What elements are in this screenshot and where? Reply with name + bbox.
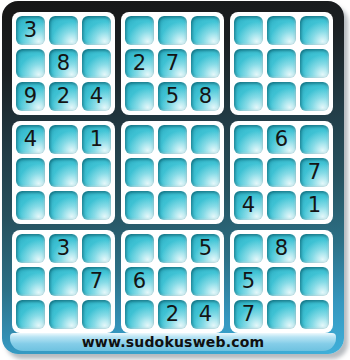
cell-r4c9[interactable] xyxy=(300,125,329,154)
cell-r8c5[interactable] xyxy=(158,267,187,296)
cell-r1c1[interactable]: 3 xyxy=(16,16,45,45)
cell-r4c4[interactable] xyxy=(125,125,154,154)
box-1-3 xyxy=(230,12,333,115)
cell-r9c2[interactable] xyxy=(49,300,78,329)
box-2-1: 41 xyxy=(12,121,115,224)
cell-r6c2[interactable] xyxy=(49,191,78,220)
cell-r8c7[interactable]: 5 xyxy=(234,267,263,296)
cell-r8c1[interactable] xyxy=(16,267,45,296)
cell-r4c6[interactable] xyxy=(191,125,220,154)
cell-r2c7[interactable] xyxy=(234,49,263,78)
cell-r4c1[interactable]: 4 xyxy=(16,125,45,154)
cell-r9c9[interactable] xyxy=(300,300,329,329)
cell-r8c3[interactable]: 7 xyxy=(82,267,111,296)
cell-r9c8[interactable] xyxy=(267,300,296,329)
cell-r1c7[interactable] xyxy=(234,16,263,45)
cell-r9c1[interactable] xyxy=(16,300,45,329)
cell-r6c3[interactable] xyxy=(82,191,111,220)
cell-r3c7[interactable] xyxy=(234,82,263,111)
cell-r2c2[interactable]: 8 xyxy=(49,49,78,78)
cell-r5c8[interactable] xyxy=(267,158,296,187)
cell-r8c9[interactable] xyxy=(300,267,329,296)
cell-r5c2[interactable] xyxy=(49,158,78,187)
cell-r1c4[interactable] xyxy=(125,16,154,45)
cell-r7c4[interactable] xyxy=(125,234,154,263)
cell-r7c1[interactable] xyxy=(16,234,45,263)
box-2-2 xyxy=(121,121,224,224)
cell-r5c1[interactable] xyxy=(16,158,45,187)
cell-r5c7[interactable] xyxy=(234,158,263,187)
cell-r6c6[interactable] xyxy=(191,191,220,220)
cell-r4c3[interactable]: 1 xyxy=(82,125,111,154)
cell-r2c3[interactable] xyxy=(82,49,111,78)
cell-r1c6[interactable] xyxy=(191,16,220,45)
cell-r5c9[interactable]: 7 xyxy=(300,158,329,187)
cell-r7c8[interactable]: 8 xyxy=(267,234,296,263)
cell-r3c1[interactable]: 9 xyxy=(16,82,45,111)
site-url[interactable]: www.sudokusweb.com xyxy=(82,334,265,350)
cell-r1c3[interactable] xyxy=(82,16,111,45)
cell-r3c8[interactable] xyxy=(267,82,296,111)
cell-r2c8[interactable] xyxy=(267,49,296,78)
cell-r6c9[interactable]: 1 xyxy=(300,191,329,220)
cell-r3c4[interactable] xyxy=(125,82,154,111)
cell-r1c9[interactable] xyxy=(300,16,329,45)
cell-r2c9[interactable] xyxy=(300,49,329,78)
cell-r8c6[interactable] xyxy=(191,267,220,296)
cell-r4c5[interactable] xyxy=(158,125,187,154)
cell-r6c7[interactable]: 4 xyxy=(234,191,263,220)
sudoku-widget: 389242758416741375624857 www.sudokusweb.… xyxy=(0,0,350,360)
cell-r5c5[interactable] xyxy=(158,158,187,187)
cell-r2c5[interactable]: 7 xyxy=(158,49,187,78)
cell-r9c3[interactable] xyxy=(82,300,111,329)
cell-r5c6[interactable] xyxy=(191,158,220,187)
cell-r6c5[interactable] xyxy=(158,191,187,220)
cell-r4c8[interactable]: 6 xyxy=(267,125,296,154)
cell-r5c4[interactable] xyxy=(125,158,154,187)
cell-r2c4[interactable]: 2 xyxy=(125,49,154,78)
cell-r4c2[interactable] xyxy=(49,125,78,154)
cell-r7c5[interactable] xyxy=(158,234,187,263)
cell-r3c3[interactable]: 4 xyxy=(82,82,111,111)
sudoku-board: 389242758416741375624857 xyxy=(12,12,333,333)
cell-r5c3[interactable] xyxy=(82,158,111,187)
cell-r6c1[interactable] xyxy=(16,191,45,220)
cell-r9c5[interactable]: 2 xyxy=(158,300,187,329)
cell-r9c7[interactable]: 7 xyxy=(234,300,263,329)
box-2-3: 6741 xyxy=(230,121,333,224)
box-1-2: 2758 xyxy=(121,12,224,115)
cell-r4c7[interactable] xyxy=(234,125,263,154)
cell-r1c2[interactable] xyxy=(49,16,78,45)
cell-r2c6[interactable] xyxy=(191,49,220,78)
box-3-2: 5624 xyxy=(121,230,224,333)
cell-r7c2[interactable]: 3 xyxy=(49,234,78,263)
cell-r7c9[interactable] xyxy=(300,234,329,263)
cell-r3c2[interactable]: 2 xyxy=(49,82,78,111)
footer-bar[interactable]: www.sudokusweb.com xyxy=(10,333,336,351)
cell-r6c4[interactable] xyxy=(125,191,154,220)
cell-r3c9[interactable] xyxy=(300,82,329,111)
cell-r9c6[interactable]: 4 xyxy=(191,300,220,329)
cell-r2c1[interactable] xyxy=(16,49,45,78)
cell-r3c6[interactable]: 8 xyxy=(191,82,220,111)
cell-r1c5[interactable] xyxy=(158,16,187,45)
box-3-3: 857 xyxy=(230,230,333,333)
box-3-1: 37 xyxy=(12,230,115,333)
board-frame: 389242758416741375624857 www.sudokusweb.… xyxy=(2,1,344,354)
cell-r7c7[interactable] xyxy=(234,234,263,263)
cell-r8c4[interactable]: 6 xyxy=(125,267,154,296)
cell-r1c8[interactable] xyxy=(267,16,296,45)
cell-r7c6[interactable]: 5 xyxy=(191,234,220,263)
cell-r3c5[interactable]: 5 xyxy=(158,82,187,111)
box-1-1: 38924 xyxy=(12,12,115,115)
cell-r6c8[interactable] xyxy=(267,191,296,220)
cell-r7c3[interactable] xyxy=(82,234,111,263)
cell-r8c8[interactable] xyxy=(267,267,296,296)
cell-r9c4[interactable] xyxy=(125,300,154,329)
cell-r8c2[interactable] xyxy=(49,267,78,296)
